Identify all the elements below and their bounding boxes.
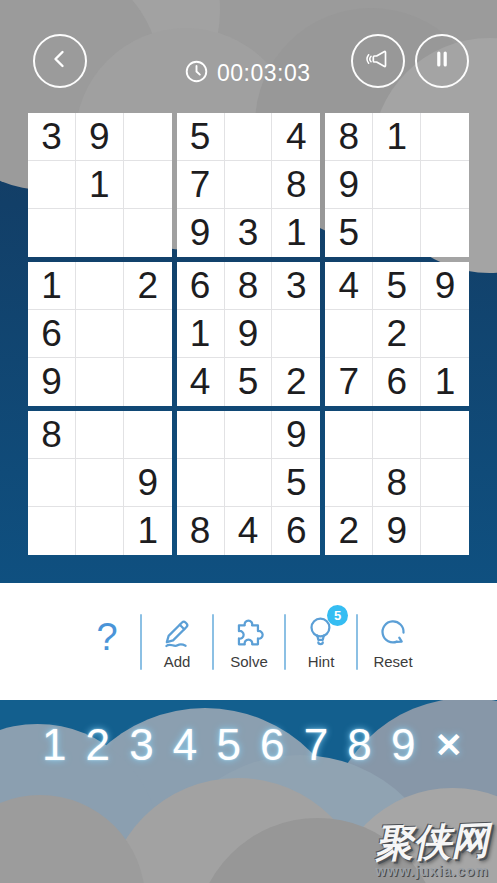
cell-r1c5[interactable]: [225, 113, 273, 161]
cell-r8c5[interactable]: [225, 459, 273, 507]
chevron-left-icon: [49, 47, 71, 75]
cell-r7c4[interactable]: [177, 411, 225, 459]
cell-r4c5[interactable]: 8: [225, 262, 273, 310]
cell-r8c2[interactable]: [76, 459, 124, 507]
cell-r7c7[interactable]: [325, 411, 373, 459]
cell-r2c6[interactable]: 8: [272, 161, 320, 209]
numkey-5[interactable]: 5: [216, 720, 240, 770]
hint-count-badge: 5: [327, 605, 348, 626]
sound-button[interactable]: [351, 34, 405, 88]
cell-r9c7[interactable]: 2: [325, 507, 373, 555]
cell-r5c3[interactable]: [124, 310, 172, 358]
cell-r6c5[interactable]: 5: [225, 358, 273, 406]
cell-r1c3[interactable]: [124, 113, 172, 161]
numkey-3[interactable]: 3: [129, 720, 153, 770]
sudoku-app-screen: 00:03:03 391 5478931 8195 1269 68319452 …: [0, 0, 497, 883]
cell-r8c7[interactable]: [325, 459, 373, 507]
reset-button[interactable]: Reset: [358, 613, 428, 670]
cell-r4c4[interactable]: 6: [177, 262, 225, 310]
board-block-3: 8195: [325, 113, 469, 257]
puzzle-icon: [230, 613, 268, 651]
cell-r1c8[interactable]: 1: [373, 113, 421, 161]
cell-r2c2[interactable]: 1: [76, 161, 124, 209]
cell-r5c5[interactable]: 9: [225, 310, 273, 358]
cell-r5c7[interactable]: [325, 310, 373, 358]
cell-r6c2[interactable]: [76, 358, 124, 406]
cell-r9c1[interactable]: [28, 507, 76, 555]
cell-r8c3[interactable]: 9: [124, 459, 172, 507]
pause-icon: [430, 47, 454, 75]
numkey-4[interactable]: 4: [173, 720, 197, 770]
cell-r3c4[interactable]: 9: [177, 209, 225, 257]
cell-r4c2[interactable]: [76, 262, 124, 310]
cell-r4c6[interactable]: 3: [272, 262, 320, 310]
cell-r8c6[interactable]: 5: [272, 459, 320, 507]
cell-r7c6[interactable]: 9: [272, 411, 320, 459]
cell-r7c1[interactable]: 8: [28, 411, 76, 459]
board-block-1: 391: [28, 113, 172, 257]
cell-r1c9[interactable]: [421, 113, 469, 161]
cell-r9c5[interactable]: 4: [225, 507, 273, 555]
board-block-7: 891: [28, 411, 172, 555]
cell-r8c8[interactable]: 8: [373, 459, 421, 507]
numkey-7[interactable]: 7: [304, 720, 328, 770]
watermark-title: 聚侠网: [374, 821, 489, 863]
board-block-8: 95846: [177, 411, 321, 555]
cell-r1c4[interactable]: 5: [177, 113, 225, 161]
cell-r3c8[interactable]: [373, 209, 421, 257]
cell-r2c5[interactable]: [225, 161, 273, 209]
cell-r1c6[interactable]: 4: [272, 113, 320, 161]
cell-r7c8[interactable]: [373, 411, 421, 459]
cell-r4c1[interactable]: 1: [28, 262, 76, 310]
cell-r5c6[interactable]: [272, 310, 320, 358]
cell-r9c4[interactable]: 8: [177, 507, 225, 555]
board-block-9: 829: [325, 411, 469, 555]
board-block-2: 5478931: [177, 113, 321, 257]
cell-r1c1[interactable]: 3: [28, 113, 76, 161]
cell-r2c4[interactable]: 7: [177, 161, 225, 209]
cell-r5c8[interactable]: 2: [373, 310, 421, 358]
timer-value: 00:03:03: [217, 60, 311, 87]
clock-icon: [184, 59, 209, 88]
cell-r7c5[interactable]: [225, 411, 273, 459]
back-button[interactable]: [33, 34, 87, 88]
cell-r7c2[interactable]: [76, 411, 124, 459]
cell-r9c9[interactable]: [421, 507, 469, 555]
cell-r2c3[interactable]: [124, 161, 172, 209]
pencil-icon: [158, 613, 196, 651]
lightbulb-icon: 5: [302, 613, 340, 651]
cell-r3c1[interactable]: [28, 209, 76, 257]
reset-label: Reset: [373, 653, 412, 670]
numkey-1[interactable]: 1: [42, 720, 66, 770]
cell-r3c9[interactable]: [421, 209, 469, 257]
numkey-9[interactable]: 9: [391, 720, 415, 770]
cell-r5c9[interactable]: [421, 310, 469, 358]
cell-r8c4[interactable]: [177, 459, 225, 507]
cell-r3c2[interactable]: [76, 209, 124, 257]
numkey-2[interactable]: 2: [86, 720, 110, 770]
cell-r6c1[interactable]: 9: [28, 358, 76, 406]
pause-button[interactable]: [415, 34, 469, 88]
cell-r2c8[interactable]: [373, 161, 421, 209]
watermark: 聚侠网 www.juxia.com: [375, 823, 489, 879]
cell-r1c2[interactable]: 9: [76, 113, 124, 161]
board-block-6: 4592761: [325, 262, 469, 406]
numkey-6[interactable]: 6: [260, 720, 284, 770]
cell-r2c9[interactable]: [421, 161, 469, 209]
hint-label: Hint: [308, 653, 335, 670]
solve-button[interactable]: Solve: [214, 613, 284, 670]
cell-r2c1[interactable]: [28, 161, 76, 209]
cell-r9c3[interactable]: 1: [124, 507, 172, 555]
cell-r3c7[interactable]: 5: [325, 209, 373, 257]
cell-r6c8[interactable]: 6: [373, 358, 421, 406]
cell-r5c4[interactable]: 1: [177, 310, 225, 358]
number-pad: 1 2 3 4 5 6 7 8 9 ✕: [0, 700, 497, 790]
cell-r4c9[interactable]: 9: [421, 262, 469, 310]
cell-r5c1[interactable]: 6: [28, 310, 76, 358]
header-bar: 00:03:03: [0, 0, 497, 110]
help-button[interactable]: ?: [74, 616, 140, 659]
cell-r8c1[interactable]: [28, 459, 76, 507]
hint-button[interactable]: 5 Hint: [286, 613, 356, 670]
cell-r2c7[interactable]: 9: [325, 161, 373, 209]
cell-r6c9[interactable]: 1: [421, 358, 469, 406]
reset-arrow-icon: [374, 613, 412, 651]
add-label: Add: [164, 653, 191, 670]
cell-r3c3[interactable]: [124, 209, 172, 257]
add-button[interactable]: Add: [142, 613, 212, 670]
numkey-8[interactable]: 8: [347, 720, 371, 770]
cell-r6c6[interactable]: 2: [272, 358, 320, 406]
cell-r9c6[interactable]: 6: [272, 507, 320, 555]
cell-r6c7[interactable]: 7: [325, 358, 373, 406]
board-block-5: 68319452: [177, 262, 321, 406]
cell-r3c5[interactable]: 3: [225, 209, 273, 257]
cell-r1c7[interactable]: 8: [325, 113, 373, 161]
cell-r5c2[interactable]: [76, 310, 124, 358]
cell-r6c3[interactable]: [124, 358, 172, 406]
cell-r8c9[interactable]: [421, 459, 469, 507]
sudoku-board: 391 5478931 8195 1269 68319452 4592761 8…: [28, 113, 469, 555]
cell-r9c8[interactable]: 9: [373, 507, 421, 555]
solve-label: Solve: [230, 653, 268, 670]
cell-r3c6[interactable]: 1: [272, 209, 320, 257]
cell-r4c3[interactable]: 2: [124, 262, 172, 310]
toolbar: ? Add Solve: [0, 583, 497, 700]
cell-r9c2[interactable]: [76, 507, 124, 555]
close-numpad-button[interactable]: ✕: [434, 725, 463, 765]
speaker-icon: [363, 43, 393, 79]
cell-r4c8[interactable]: 5: [373, 262, 421, 310]
game-timer: 00:03:03: [184, 59, 311, 88]
cell-r7c9[interactable]: [421, 411, 469, 459]
cell-r6c4[interactable]: 4: [177, 358, 225, 406]
cell-r7c3[interactable]: [124, 411, 172, 459]
board-block-4: 1269: [28, 262, 172, 406]
cell-r4c7[interactable]: 4: [325, 262, 373, 310]
